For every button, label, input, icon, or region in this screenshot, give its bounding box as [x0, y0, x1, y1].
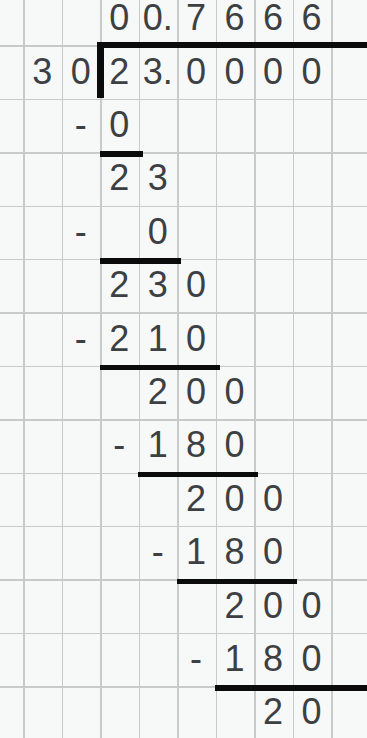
- cell-r11-c4-minus: -: [138, 526, 176, 579]
- cell-r9-c6: 0: [215, 419, 253, 472]
- subtraction-underline-2: [100, 258, 181, 264]
- cell-r7-c5: 0: [177, 312, 215, 365]
- cell-r10-c6: 0: [215, 472, 253, 525]
- cell-r2-c2: 0: [62, 45, 100, 98]
- cell-r14-c7: 2: [254, 686, 292, 738]
- cell-r5-c2-minus: -: [62, 205, 100, 258]
- cell-r12-c8: 0: [292, 579, 330, 632]
- cell-r2-c5: 0: [177, 45, 215, 98]
- cell-r1-c4: 0.: [138, 0, 176, 45]
- cell-r10-c7: 0: [254, 472, 292, 525]
- cell-r8-c4: 2: [138, 365, 176, 418]
- cell-r6-c3: 2: [100, 259, 138, 312]
- cell-r2-c6: 0: [215, 45, 253, 98]
- cell-r4-c4: 3: [138, 152, 176, 205]
- cell-r6-c5: 0: [177, 259, 215, 312]
- long-division-worksheet: { "game": "long-division", "problem": { …: [0, 0, 367, 738]
- cell-r3-c2-minus: -: [62, 98, 100, 151]
- long-division-grid: 0 0. 7 6 6 6 3 0 2 3. 0 0 0 0 - 0 2 3 - …: [0, 0, 367, 738]
- subtraction-underline-3: [100, 365, 220, 371]
- subtraction-underline-5: [177, 579, 297, 585]
- cell-r2-c8: 0: [292, 45, 330, 98]
- cell-r7-c4: 1: [138, 312, 176, 365]
- cell-r13-c8: 0: [292, 632, 330, 685]
- cell-r12-c6: 2: [215, 579, 253, 632]
- cell-r11-c7: 0: [254, 526, 292, 579]
- cell-r9-c4: 1: [138, 419, 176, 472]
- cell-r1-c6: 6: [215, 0, 253, 45]
- cell-r5-c4: 0: [138, 205, 176, 258]
- cell-r7-c3: 2: [100, 312, 138, 365]
- cell-r1-c7: 6: [254, 0, 292, 45]
- cell-r12-c7: 0: [254, 579, 292, 632]
- cell-r8-c5: 0: [177, 365, 215, 418]
- cell-r13-c6: 1: [215, 632, 253, 685]
- cell-r1-c3: 0: [100, 0, 138, 45]
- subtraction-underline-6: [215, 685, 367, 691]
- cell-r13-c7: 8: [254, 632, 292, 685]
- cell-r2-c7: 0: [254, 45, 292, 98]
- cell-r2-c4: 3.: [138, 45, 176, 98]
- subtraction-underline-4: [138, 472, 258, 478]
- cell-r1-c8: 6: [292, 0, 330, 45]
- cell-r6-c4: 3: [138, 259, 176, 312]
- division-bracket-line: [97, 42, 104, 99]
- cell-r11-c6: 8: [215, 526, 253, 579]
- cell-r11-c5: 1: [177, 526, 215, 579]
- cell-r14-c8: 0: [292, 686, 330, 738]
- cell-r9-c5: 8: [177, 419, 215, 472]
- cell-r13-c5-minus: -: [177, 632, 215, 685]
- subtraction-underline-1: [100, 151, 143, 157]
- division-vinculum-line: [97, 42, 367, 49]
- cell-r1-c5: 7: [177, 0, 215, 45]
- cell-r2-c3: 2: [100, 45, 138, 98]
- cell-r2-c1: 3: [23, 45, 61, 98]
- cell-r8-c6: 0: [215, 365, 253, 418]
- cell-r3-c3: 0: [100, 98, 138, 151]
- cell-r7-c2-minus: -: [62, 312, 100, 365]
- cell-r9-c3-minus: -: [100, 419, 138, 472]
- cell-r4-c3: 2: [100, 152, 138, 205]
- cell-r10-c5: 2: [177, 472, 215, 525]
